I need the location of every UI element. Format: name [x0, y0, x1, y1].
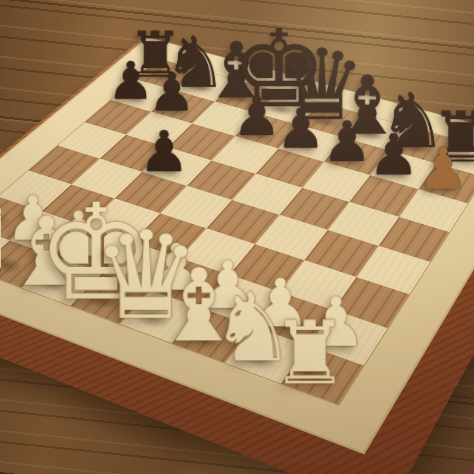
piece-black-pawn[interactable]: ♟ [139, 126, 190, 178]
piece-white-rook[interactable]: ♜ [271, 313, 349, 393]
piece-black-pawn[interactable]: ♟ [369, 129, 420, 181]
piece-black-pawn[interactable]: ♟ [417, 143, 469, 196]
piece-black-pawn[interactable]: ♟ [233, 92, 282, 142]
piece-black-pawn[interactable]: ♟ [277, 104, 326, 155]
piece-black-pawn[interactable]: ♟ [148, 69, 195, 117]
piece-black-pawn[interactable]: ♟ [322, 116, 372, 167]
board-square[interactable]: ♟ [418, 163, 474, 203]
chess-photo-scene: ♜♞♝♚♛♝♞♜♟♟♟♟♟♟♟♟♟♟♟♟♟♟♟♟♜♞♝♚♛♝♞♜ [0, 0, 474, 474]
